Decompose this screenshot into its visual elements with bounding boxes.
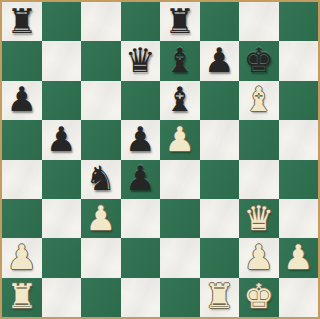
square-a1[interactable]: ♜ xyxy=(2,278,42,317)
square-d2[interactable] xyxy=(121,238,161,277)
square-g8[interactable] xyxy=(239,2,279,41)
square-c7[interactable] xyxy=(81,41,121,80)
black-bishop: ♝ xyxy=(165,43,195,77)
black-rook: ♜ xyxy=(7,4,37,38)
black-queen: ♛ xyxy=(125,43,155,77)
black-pawn: ♟ xyxy=(204,43,234,77)
black-knight: ♞ xyxy=(86,161,116,195)
square-e3[interactable] xyxy=(160,199,200,238)
square-f8[interactable] xyxy=(200,2,240,41)
square-e2[interactable] xyxy=(160,238,200,277)
square-f7[interactable]: ♟ xyxy=(200,41,240,80)
square-a3[interactable] xyxy=(2,199,42,238)
square-f5[interactable] xyxy=(200,120,240,159)
square-b7[interactable] xyxy=(42,41,82,80)
square-g4[interactable] xyxy=(239,160,279,199)
square-e4[interactable] xyxy=(160,160,200,199)
square-b3[interactable] xyxy=(42,199,82,238)
square-e5[interactable]: ♟ xyxy=(160,120,200,159)
square-c4[interactable]: ♞ xyxy=(81,160,121,199)
square-d6[interactable] xyxy=(121,81,161,120)
black-rook: ♜ xyxy=(165,4,195,38)
square-a4[interactable] xyxy=(2,160,42,199)
square-g5[interactable] xyxy=(239,120,279,159)
square-d1[interactable] xyxy=(121,278,161,317)
square-g2[interactable]: ♟ xyxy=(239,238,279,277)
square-f4[interactable] xyxy=(200,160,240,199)
square-d4[interactable]: ♟ xyxy=(121,160,161,199)
square-h2[interactable]: ♟ xyxy=(279,238,319,277)
black-pawn: ♟ xyxy=(125,161,155,195)
square-h7[interactable] xyxy=(279,41,319,80)
chess-board: ♜♜♛♝♟♚♟♝♝♟♟♟♞♟♟♛♟♟♟♜♜♚ xyxy=(0,0,320,319)
square-d7[interactable]: ♛ xyxy=(121,41,161,80)
square-b1[interactable] xyxy=(42,278,82,317)
square-f3[interactable] xyxy=(200,199,240,238)
white-rook: ♜ xyxy=(7,279,37,313)
square-b6[interactable] xyxy=(42,81,82,120)
white-pawn: ♟ xyxy=(244,240,274,274)
white-bishop: ♝ xyxy=(244,82,274,116)
square-f6[interactable] xyxy=(200,81,240,120)
square-g1[interactable]: ♚ xyxy=(239,278,279,317)
square-f1[interactable]: ♜ xyxy=(200,278,240,317)
square-g6[interactable]: ♝ xyxy=(239,81,279,120)
square-b2[interactable] xyxy=(42,238,82,277)
square-a6[interactable]: ♟ xyxy=(2,81,42,120)
white-pawn: ♟ xyxy=(7,240,37,274)
white-rook: ♜ xyxy=(204,279,234,313)
square-b5[interactable]: ♟ xyxy=(42,120,82,159)
square-a7[interactable] xyxy=(2,41,42,80)
black-pawn: ♟ xyxy=(46,122,76,156)
white-queen: ♛ xyxy=(244,201,274,235)
square-a8[interactable]: ♜ xyxy=(2,2,42,41)
square-e7[interactable]: ♝ xyxy=(160,41,200,80)
black-pawn: ♟ xyxy=(7,82,37,116)
white-king: ♚ xyxy=(244,279,274,313)
square-a2[interactable]: ♟ xyxy=(2,238,42,277)
square-a5[interactable] xyxy=(2,120,42,159)
square-e8[interactable]: ♜ xyxy=(160,2,200,41)
square-b4[interactable] xyxy=(42,160,82,199)
black-bishop: ♝ xyxy=(165,82,195,116)
square-c8[interactable] xyxy=(81,2,121,41)
square-f2[interactable] xyxy=(200,238,240,277)
square-e1[interactable] xyxy=(160,278,200,317)
square-d3[interactable] xyxy=(121,199,161,238)
square-g3[interactable]: ♛ xyxy=(239,199,279,238)
square-b8[interactable] xyxy=(42,2,82,41)
square-h1[interactable] xyxy=(279,278,319,317)
black-king: ♚ xyxy=(244,43,274,77)
square-c5[interactable] xyxy=(81,120,121,159)
square-h8[interactable] xyxy=(279,2,319,41)
square-h5[interactable] xyxy=(279,120,319,159)
square-g7[interactable]: ♚ xyxy=(239,41,279,80)
white-pawn: ♟ xyxy=(86,201,116,235)
square-d5[interactable]: ♟ xyxy=(121,120,161,159)
square-c2[interactable] xyxy=(81,238,121,277)
square-c3[interactable]: ♟ xyxy=(81,199,121,238)
white-pawn: ♟ xyxy=(165,122,195,156)
square-d8[interactable] xyxy=(121,2,161,41)
white-pawn: ♟ xyxy=(283,240,313,274)
square-h4[interactable] xyxy=(279,160,319,199)
black-pawn: ♟ xyxy=(125,122,155,156)
square-e6[interactable]: ♝ xyxy=(160,81,200,120)
square-h6[interactable] xyxy=(279,81,319,120)
square-h3[interactable] xyxy=(279,199,319,238)
square-c6[interactable] xyxy=(81,81,121,120)
square-c1[interactable] xyxy=(81,278,121,317)
